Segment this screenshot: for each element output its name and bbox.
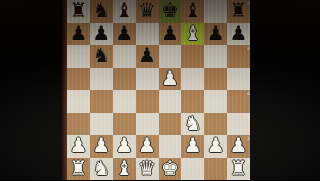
square-b1[interactable]: ♞	[90, 158, 113, 181]
square-c8[interactable]: ♝	[113, 0, 136, 23]
square-b2[interactable]: ♟	[90, 135, 113, 158]
rank-coordinate-mark: 6	[247, 46, 250, 51]
square-e4[interactable]	[159, 90, 182, 113]
black-rook-piece: ♜	[69, 0, 87, 20]
white-pawn-piece: ♟	[115, 135, 133, 155]
white-pawn-piece: ♟	[184, 135, 202, 155]
square-a2[interactable]: ♟	[67, 135, 90, 158]
square-g7[interactable]: ♟	[204, 23, 227, 46]
white-pawn-piece: ♟	[207, 135, 225, 155]
video-frame: ♜♞♝♛♚♝♜8♟♟♟♟♝♟♟7♞♟6♟54♞3♟♟♟♟♟♟♟2♜♞♝♛♚♜1	[0, 0, 320, 180]
square-e1[interactable]: ♚	[159, 158, 182, 181]
white-bishop-piece: ♝	[115, 158, 133, 178]
square-d3[interactable]	[136, 113, 159, 136]
black-pawn-piece: ♟	[69, 23, 87, 43]
square-g2[interactable]: ♟	[204, 135, 227, 158]
black-pawn-piece: ♟	[161, 23, 179, 43]
square-g1[interactable]	[204, 158, 227, 181]
rank-coordinate-mark: 3	[247, 114, 250, 119]
black-knight-piece: ♞	[92, 45, 110, 65]
black-pawn-piece: ♟	[207, 23, 225, 43]
square-a1[interactable]: ♜	[67, 158, 90, 181]
square-d4[interactable]	[136, 90, 159, 113]
white-rook-piece: ♜	[69, 158, 87, 178]
square-e8[interactable]: ♚	[159, 0, 182, 23]
square-f2[interactable]: ♟	[181, 135, 204, 158]
square-e5[interactable]: ♟	[159, 68, 182, 91]
rank-coordinate-mark: 4	[247, 91, 250, 96]
black-pawn-piece: ♟	[230, 23, 248, 43]
black-queen-piece: ♛	[138, 0, 156, 20]
white-king-piece: ♚	[161, 158, 179, 178]
white-knight-piece: ♞	[92, 158, 110, 178]
square-g6[interactable]	[204, 45, 227, 68]
rank-coordinate-mark: 2	[247, 136, 250, 141]
square-c3[interactable]	[113, 113, 136, 136]
square-f6[interactable]	[181, 45, 204, 68]
letterbox-left	[0, 0, 62, 180]
black-bishop-piece: ♝	[115, 0, 133, 20]
square-g8[interactable]	[204, 0, 227, 23]
square-a7[interactable]: ♟	[67, 23, 90, 46]
white-rook-piece: ♜	[230, 158, 248, 178]
square-g3[interactable]	[204, 113, 227, 136]
square-h4[interactable]: 4	[227, 90, 250, 113]
black-king-piece: ♚	[161, 0, 179, 20]
square-h2[interactable]: ♟2	[227, 135, 250, 158]
square-d7[interactable]	[136, 23, 159, 46]
square-b6[interactable]: ♞	[90, 45, 113, 68]
square-c5[interactable]	[113, 68, 136, 91]
square-c2[interactable]: ♟	[113, 135, 136, 158]
black-bishop-piece: ♝	[184, 0, 202, 20]
square-a3[interactable]	[67, 113, 90, 136]
square-f3[interactable]: ♞	[181, 113, 204, 136]
square-h7[interactable]: ♟7	[227, 23, 250, 46]
black-pawn-piece: ♟	[138, 45, 156, 65]
black-pawn-piece: ♟	[92, 23, 110, 43]
square-d5[interactable]	[136, 68, 159, 91]
square-f7[interactable]: ♝	[181, 23, 204, 46]
white-pawn-piece: ♟	[92, 135, 110, 155]
square-h3[interactable]: 3	[227, 113, 250, 136]
square-f1[interactable]	[181, 158, 204, 181]
square-b8[interactable]: ♞	[90, 0, 113, 23]
chess-board: ♜♞♝♛♚♝♜8♟♟♟♟♝♟♟7♞♟6♟54♞3♟♟♟♟♟♟♟2♜♞♝♛♚♜1	[67, 0, 250, 180]
square-h8[interactable]: ♜8	[227, 0, 250, 23]
rank-coordinate-mark: 8	[247, 1, 250, 6]
square-h1[interactable]: ♜1	[227, 158, 250, 181]
letterbox-right	[250, 0, 320, 180]
rank-coordinate-mark: 1	[247, 159, 250, 164]
square-e3[interactable]	[159, 113, 182, 136]
rank-coordinate-mark: 5	[247, 69, 250, 74]
square-h6[interactable]: 6	[227, 45, 250, 68]
white-knight-piece: ♞	[184, 113, 202, 133]
square-a8[interactable]: ♜	[67, 0, 90, 23]
black-rook-piece: ♜	[230, 0, 248, 20]
square-f4[interactable]	[181, 90, 204, 113]
white-pawn-piece: ♟	[69, 135, 87, 155]
square-h5[interactable]: 5	[227, 68, 250, 91]
square-b5[interactable]	[90, 68, 113, 91]
white-bishop-piece: ♝	[184, 23, 202, 43]
square-a6[interactable]	[67, 45, 90, 68]
square-b4[interactable]	[90, 90, 113, 113]
square-f8[interactable]: ♝	[181, 0, 204, 23]
square-d6[interactable]: ♟	[136, 45, 159, 68]
square-a4[interactable]	[67, 90, 90, 113]
square-c1[interactable]: ♝	[113, 158, 136, 181]
square-e2[interactable]	[159, 135, 182, 158]
white-pawn-piece: ♟	[161, 68, 179, 88]
rank-coordinate-mark: 7	[247, 24, 250, 29]
square-d1[interactable]: ♛	[136, 158, 159, 181]
square-g5[interactable]	[204, 68, 227, 91]
square-b7[interactable]: ♟	[90, 23, 113, 46]
square-c7[interactable]: ♟	[113, 23, 136, 46]
square-g4[interactable]	[204, 90, 227, 113]
square-c4[interactable]	[113, 90, 136, 113]
square-a5[interactable]	[67, 68, 90, 91]
square-f5[interactable]	[181, 68, 204, 91]
square-c6[interactable]	[113, 45, 136, 68]
black-knight-piece: ♞	[92, 0, 110, 20]
white-pawn-piece: ♟	[138, 135, 156, 155]
square-e6[interactable]	[159, 45, 182, 68]
white-pawn-piece: ♟	[230, 135, 248, 155]
square-b3[interactable]	[90, 113, 113, 136]
square-e7[interactable]: ♟	[159, 23, 182, 46]
square-d8[interactable]: ♛	[136, 0, 159, 23]
square-d2[interactable]: ♟	[136, 135, 159, 158]
white-queen-piece: ♛	[138, 158, 156, 178]
black-pawn-piece: ♟	[115, 23, 133, 43]
